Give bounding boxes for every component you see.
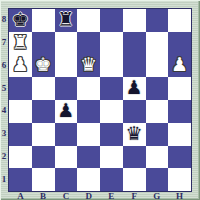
square-d5[interactable] [77, 77, 100, 100]
square-c5[interactable] [55, 77, 78, 100]
file-label-C: C [55, 191, 78, 200]
piece-white-pawn[interactable]: ♟ [171, 55, 188, 74]
square-e5[interactable] [100, 77, 123, 100]
square-c2[interactable] [55, 146, 78, 169]
square-b3[interactable] [32, 123, 55, 146]
file-label-E: E [100, 191, 123, 200]
square-g6[interactable] [146, 55, 169, 78]
square-b7[interactable] [32, 32, 55, 55]
square-d1[interactable] [77, 168, 100, 191]
square-h6[interactable]: ♟ [168, 55, 191, 78]
square-g4[interactable] [146, 100, 169, 123]
square-g2[interactable] [146, 146, 169, 169]
square-f4[interactable] [123, 100, 146, 123]
square-h3[interactable] [168, 123, 191, 146]
square-f6[interactable] [123, 55, 146, 78]
square-g1[interactable] [146, 168, 169, 191]
square-d6[interactable]: ♛ [77, 55, 100, 78]
rank-label-7: 7 [0, 31, 8, 54]
square-a4[interactable] [9, 100, 32, 123]
file-label-D: D [77, 191, 100, 200]
square-b8[interactable] [32, 9, 55, 32]
square-a7[interactable]: ♜ [9, 32, 32, 55]
square-d8[interactable] [77, 9, 100, 32]
rank-label-4: 4 [0, 99, 8, 122]
square-e8[interactable] [100, 9, 123, 32]
piece-black-pawn[interactable]: ♟ [126, 78, 143, 97]
square-f3[interactable]: ♛ [123, 123, 146, 146]
square-c4[interactable]: ♟ [55, 100, 78, 123]
square-e7[interactable] [100, 32, 123, 55]
square-b5[interactable] [32, 77, 55, 100]
square-g7[interactable] [146, 32, 169, 55]
piece-black-queen[interactable]: ♛ [126, 124, 143, 143]
square-h8[interactable] [168, 9, 191, 32]
square-e2[interactable] [100, 146, 123, 169]
square-f2[interactable] [123, 146, 146, 169]
square-d4[interactable] [77, 100, 100, 123]
square-e4[interactable] [100, 100, 123, 123]
square-g3[interactable] [146, 123, 169, 146]
file-label-F: F [123, 191, 146, 200]
square-a2[interactable] [9, 146, 32, 169]
square-d2[interactable] [77, 146, 100, 169]
square-e6[interactable] [100, 55, 123, 78]
square-d3[interactable] [77, 123, 100, 146]
square-h5[interactable] [168, 77, 191, 100]
square-b4[interactable] [32, 100, 55, 123]
square-c7[interactable] [55, 32, 78, 55]
square-h7[interactable] [168, 32, 191, 55]
rank-label-5: 5 [0, 76, 8, 99]
chess-board: ♚♜♜♟♚♛♟♟♟♛ [8, 8, 192, 192]
square-c8[interactable]: ♜ [55, 9, 78, 32]
square-f7[interactable] [123, 32, 146, 55]
piece-black-rook[interactable]: ♜ [57, 10, 74, 29]
square-e3[interactable] [100, 123, 123, 146]
chess-diagram: ♚♜♜♟♚♛♟♟♟♛ 87654321ABCDEFGH [0, 0, 200, 200]
square-f1[interactable] [123, 168, 146, 191]
square-c3[interactable] [55, 123, 78, 146]
square-g8[interactable] [146, 9, 169, 32]
rank-label-2: 2 [0, 145, 8, 168]
piece-white-rook[interactable]: ♜ [12, 33, 29, 52]
square-f8[interactable] [123, 9, 146, 32]
square-h1[interactable] [168, 168, 191, 191]
square-a3[interactable] [9, 123, 32, 146]
rank-label-6: 6 [0, 54, 8, 77]
square-a6[interactable]: ♟ [9, 55, 32, 78]
rank-label-1: 1 [0, 167, 8, 190]
file-label-G: G [146, 191, 169, 200]
square-e1[interactable] [100, 168, 123, 191]
piece-black-king[interactable]: ♚ [12, 10, 29, 29]
piece-white-king[interactable]: ♚ [35, 55, 52, 74]
square-h4[interactable] [168, 100, 191, 123]
rank-label-8: 8 [0, 8, 8, 31]
square-b2[interactable] [32, 146, 55, 169]
square-c1[interactable] [55, 168, 78, 191]
square-h2[interactable] [168, 146, 191, 169]
square-a8[interactable]: ♚ [9, 9, 32, 32]
file-label-A: A [9, 191, 32, 200]
square-a5[interactable] [9, 77, 32, 100]
file-label-H: H [168, 191, 191, 200]
square-a1[interactable] [9, 168, 32, 191]
square-d7[interactable] [77, 32, 100, 55]
rank-label-3: 3 [0, 122, 8, 145]
square-g5[interactable] [146, 77, 169, 100]
square-c6[interactable] [55, 55, 78, 78]
square-b1[interactable] [32, 168, 55, 191]
piece-black-pawn[interactable]: ♟ [57, 101, 74, 120]
piece-white-queen[interactable]: ♛ [80, 55, 97, 74]
square-b6[interactable]: ♚ [32, 55, 55, 78]
square-f5[interactable]: ♟ [123, 77, 146, 100]
file-label-B: B [32, 191, 55, 200]
piece-white-pawn[interactable]: ♟ [12, 55, 29, 74]
